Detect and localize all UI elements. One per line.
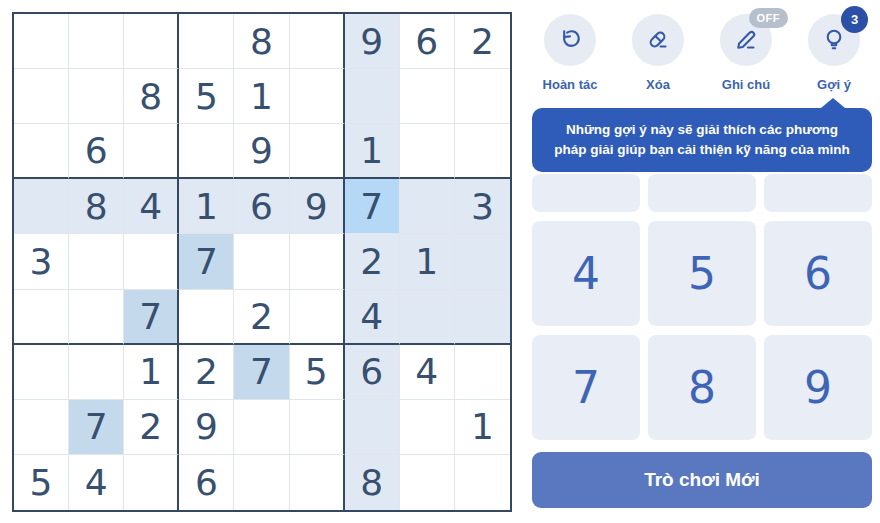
cell-r4c4[interactable]: 1 <box>179 179 234 234</box>
cell-r1c7[interactable]: 9 <box>345 14 400 69</box>
cell-r9c8[interactable] <box>400 455 455 510</box>
cell-r7c3[interactable]: 1 <box>124 345 179 400</box>
cell-r3c2[interactable]: 6 <box>69 124 124 179</box>
hint-count-badge: 3 <box>841 6 868 33</box>
notes-off-badge: OFF <box>749 8 789 28</box>
cell-r6c6[interactable] <box>290 290 345 345</box>
cell-r1c4[interactable] <box>179 14 234 69</box>
cell-r2c4[interactable]: 5 <box>179 69 234 124</box>
erase-button[interactable]: Xóa <box>620 8 696 92</box>
cell-r8c7[interactable] <box>345 400 400 455</box>
cell-r2c7[interactable] <box>345 69 400 124</box>
cell-r9c5[interactable] <box>234 455 289 510</box>
numpad-key-1[interactable]: 1 <box>532 174 640 212</box>
cell-r4c8[interactable] <box>400 179 455 234</box>
cell-r4c9[interactable]: 3 <box>455 179 510 234</box>
undo-button[interactable]: Hoàn tác <box>532 8 608 92</box>
cell-r7c6[interactable]: 5 <box>290 345 345 400</box>
numpad-key-9[interactable]: 9 <box>764 335 872 440</box>
cell-r7c8[interactable]: 4 <box>400 345 455 400</box>
cell-r2c9[interactable] <box>455 69 510 124</box>
cell-r6c3[interactable]: 7 <box>124 290 179 345</box>
cell-r8c4[interactable]: 9 <box>179 400 234 455</box>
cell-r4c2[interactable]: 8 <box>69 179 124 234</box>
cell-r7c5[interactable]: 7 <box>234 345 289 400</box>
cell-r5c7[interactable]: 2 <box>345 234 400 289</box>
cell-r3c9[interactable] <box>455 124 510 179</box>
cell-r9c9[interactable] <box>455 455 510 510</box>
cell-r6c4[interactable] <box>179 290 234 345</box>
numpad-key-2[interactable]: 2 <box>648 174 756 212</box>
cell-r4c1[interactable] <box>14 179 69 234</box>
cell-r5c3[interactable] <box>124 234 179 289</box>
cell-r7c9[interactable] <box>455 345 510 400</box>
cell-r8c8[interactable] <box>400 400 455 455</box>
cell-r2c6[interactable] <box>290 69 345 124</box>
eraser-icon <box>632 14 684 66</box>
cell-r5c4[interactable]: 7 <box>179 234 234 289</box>
cell-r7c2[interactable] <box>69 345 124 400</box>
cell-r3c1[interactable] <box>14 124 69 179</box>
cell-r4c7[interactable]: 7 <box>345 179 400 234</box>
cell-r6c5[interactable]: 2 <box>234 290 289 345</box>
cell-r4c6[interactable]: 9 <box>290 179 345 234</box>
undo-icon <box>544 14 596 66</box>
notes-button[interactable]: OFF Ghi chú <box>708 8 784 92</box>
notes-label: Ghi chú <box>722 77 770 92</box>
cell-r5c6[interactable] <box>290 234 345 289</box>
sudoku-board: 89628516918416973372172412756472915468 <box>12 12 512 512</box>
cell-r5c1[interactable]: 3 <box>14 234 69 289</box>
cell-r8c3[interactable]: 2 <box>124 400 179 455</box>
hint-label: Gợi ý <box>817 77 851 92</box>
cell-r5c2[interactable] <box>69 234 124 289</box>
cell-r1c3[interactable] <box>124 14 179 69</box>
cell-r9c6[interactable] <box>290 455 345 510</box>
cell-r2c5[interactable]: 1 <box>234 69 289 124</box>
cell-r3c6[interactable] <box>290 124 345 179</box>
cell-r2c2[interactable] <box>69 69 124 124</box>
cell-r6c9[interactable] <box>455 290 510 345</box>
cell-r5c5[interactable] <box>234 234 289 289</box>
cell-r6c1[interactable] <box>14 290 69 345</box>
cell-r5c8[interactable]: 1 <box>400 234 455 289</box>
cell-r7c1[interactable] <box>14 345 69 400</box>
cell-r1c1[interactable] <box>14 14 69 69</box>
cell-r2c1[interactable] <box>14 69 69 124</box>
undo-label: Hoàn tác <box>543 77 598 92</box>
numpad-key-8[interactable]: 8 <box>648 335 756 440</box>
numpad-key-7[interactable]: 7 <box>532 335 640 440</box>
numpad-key-3[interactable]: 3 <box>764 174 872 212</box>
cell-r9c7[interactable]: 8 <box>345 455 400 510</box>
number-pad: 123456789 <box>532 174 872 440</box>
cell-r3c8[interactable] <box>400 124 455 179</box>
numpad-key-6[interactable]: 6 <box>764 221 872 326</box>
cell-r2c3[interactable]: 8 <box>124 69 179 124</box>
cell-r3c7[interactable]: 1 <box>345 124 400 179</box>
hint-button[interactable]: 3 Gợi ý <box>796 8 872 92</box>
cell-r8c9[interactable]: 1 <box>455 400 510 455</box>
cell-r9c1[interactable]: 5 <box>14 455 69 510</box>
cell-r5c9[interactable] <box>455 234 510 289</box>
cell-r1c8[interactable]: 6 <box>400 14 455 69</box>
cell-r7c7[interactable]: 6 <box>345 345 400 400</box>
numpad-key-5[interactable]: 5 <box>648 221 756 326</box>
numpad-key-4[interactable]: 4 <box>532 221 640 326</box>
cell-r8c1[interactable] <box>14 400 69 455</box>
cell-r3c3[interactable] <box>124 124 179 179</box>
cell-r7c4[interactable]: 2 <box>179 345 234 400</box>
cell-r8c6[interactable] <box>290 400 345 455</box>
cell-r6c7[interactable]: 4 <box>345 290 400 345</box>
cell-r2c8[interactable] <box>400 69 455 124</box>
cell-r1c6[interactable] <box>290 14 345 69</box>
cell-r8c5[interactable] <box>234 400 289 455</box>
erase-label: Xóa <box>646 77 670 92</box>
toolbar: Hoàn tác Xóa OFF Ghi chú 3 <box>532 8 872 92</box>
cell-r6c8[interactable] <box>400 290 455 345</box>
new-game-button[interactable]: Trò chơi Mới <box>532 452 872 508</box>
cell-r9c3[interactable] <box>124 455 179 510</box>
cell-r6c2[interactable] <box>69 290 124 345</box>
cell-r1c9[interactable]: 2 <box>455 14 510 69</box>
cell-r1c2[interactable] <box>69 14 124 69</box>
cell-r9c4[interactable]: 6 <box>179 455 234 510</box>
cell-r1c5[interactable]: 8 <box>234 14 289 69</box>
cell-r4c5[interactable]: 6 <box>234 179 289 234</box>
hint-tooltip: Những gợi ý này sẽ giải thích các phương… <box>532 108 872 172</box>
cell-r4c3[interactable]: 4 <box>124 179 179 234</box>
cell-r3c4[interactable] <box>179 124 234 179</box>
cell-r8c2[interactable]: 7 <box>69 400 124 455</box>
cell-r9c2[interactable]: 4 <box>69 455 124 510</box>
cell-r3c5[interactable]: 9 <box>234 124 289 179</box>
